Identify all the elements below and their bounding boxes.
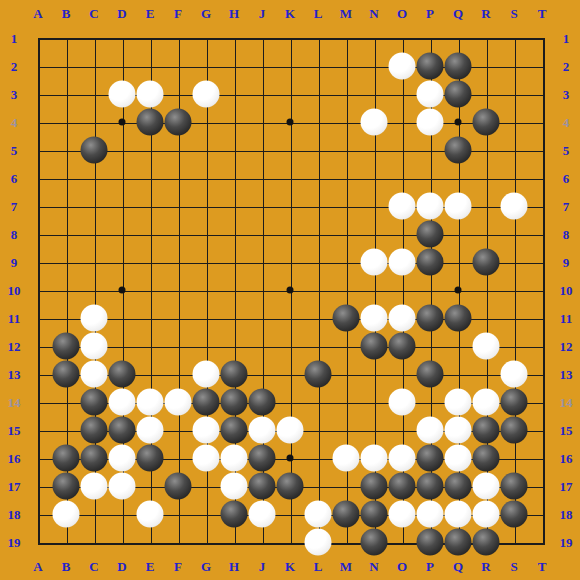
row-label-9: 9 [11,256,18,269]
white-stone-E3 [137,81,164,108]
black-stone-C5 [81,137,108,164]
white-stone-K15 [277,417,304,444]
black-stone-N17 [361,473,388,500]
black-stone-R19 [473,529,500,556]
column-label-D: D [117,560,126,573]
column-label-E: E [146,560,155,573]
white-stone-J18 [249,501,276,528]
black-stone-Q5 [445,137,472,164]
row-label-4: 4 [563,116,570,129]
column-label-O: O [397,7,407,20]
white-stone-G15 [193,417,220,444]
white-stone-P18 [417,501,444,528]
black-stone-H15 [221,417,248,444]
black-stone-R4 [473,109,500,136]
black-stone-L13 [305,361,332,388]
row-label-13: 13 [560,368,573,381]
column-label-K: K [285,7,295,20]
black-stone-R9 [473,249,500,276]
column-label-G: G [201,7,211,20]
white-stone-P7 [417,193,444,220]
black-stone-Q17 [445,473,472,500]
black-stone-G14 [193,389,220,416]
column-label-Q: Q [453,7,463,20]
black-stone-Q3 [445,81,472,108]
black-stone-B13 [53,361,80,388]
white-stone-C13 [81,361,108,388]
column-label-B: B [62,7,71,20]
black-stone-P11 [417,305,444,332]
white-stone-F14 [165,389,192,416]
black-stone-P9 [417,249,444,276]
white-stone-C12 [81,333,108,360]
black-stone-P2 [417,53,444,80]
white-stone-O7 [389,193,416,220]
white-stone-P15 [417,417,444,444]
black-stone-K17 [277,473,304,500]
white-stone-M16 [333,445,360,472]
white-stone-O16 [389,445,416,472]
row-label-7: 7 [11,200,18,213]
row-label-14: 14 [8,396,21,409]
black-stone-B16 [53,445,80,472]
black-stone-N19 [361,529,388,556]
column-label-B: B [62,560,71,573]
row-label-2: 2 [11,60,18,73]
row-label-5: 5 [563,144,570,157]
go-board-screenshot: AABBCCDDEEFFGGHHJJKKLLMMNNOOPPQQRRSSTT11… [0,0,580,580]
white-stone-C11 [81,305,108,332]
column-label-Q: Q [453,560,463,573]
white-stone-N16 [361,445,388,472]
black-stone-J14 [249,389,276,416]
white-stone-O2 [389,53,416,80]
white-stone-D14 [109,389,136,416]
white-stone-E14 [137,389,164,416]
black-stone-P8 [417,221,444,248]
white-stone-R12 [473,333,500,360]
row-label-15: 15 [8,424,21,437]
column-label-E: E [146,7,155,20]
column-label-L: L [314,560,323,573]
white-stone-O14 [389,389,416,416]
white-stone-S7 [501,193,528,220]
column-label-D: D [117,7,126,20]
black-stone-S14 [501,389,528,416]
white-stone-Q14 [445,389,472,416]
row-label-6: 6 [11,172,18,185]
black-stone-F4 [165,109,192,136]
white-stone-L18 [305,501,332,528]
hoshi-point-D10 [119,287,126,294]
row-label-16: 16 [8,452,21,465]
white-stone-G16 [193,445,220,472]
white-stone-D16 [109,445,136,472]
black-stone-M11 [333,305,360,332]
white-stone-Q16 [445,445,472,472]
black-stone-H18 [221,501,248,528]
hoshi-point-K10 [287,287,294,294]
column-label-R: R [481,560,490,573]
row-label-19: 19 [560,536,573,549]
hoshi-point-Q4 [455,119,462,126]
black-stone-S15 [501,417,528,444]
row-label-15: 15 [560,424,573,437]
white-stone-O18 [389,501,416,528]
column-label-S: S [510,560,517,573]
white-stone-S13 [501,361,528,388]
white-stone-H17 [221,473,248,500]
white-stone-E18 [137,501,164,528]
black-stone-J16 [249,445,276,472]
row-label-8: 8 [563,228,570,241]
row-label-10: 10 [560,284,573,297]
white-stone-O9 [389,249,416,276]
black-stone-Q19 [445,529,472,556]
black-stone-Q11 [445,305,472,332]
white-stone-B18 [53,501,80,528]
row-label-3: 3 [11,88,18,101]
black-stone-E4 [137,109,164,136]
row-label-1: 1 [11,32,18,45]
black-stone-P17 [417,473,444,500]
column-label-P: P [426,560,434,573]
white-stone-G3 [193,81,220,108]
white-stone-N11 [361,305,388,332]
column-label-T: T [538,7,547,20]
row-label-1: 1 [563,32,570,45]
row-label-16: 16 [560,452,573,465]
black-stone-J17 [249,473,276,500]
white-stone-C17 [81,473,108,500]
row-label-12: 12 [8,340,21,353]
column-label-O: O [397,560,407,573]
row-label-18: 18 [8,508,21,521]
white-stone-E15 [137,417,164,444]
white-stone-L19 [305,529,332,556]
hoshi-point-D4 [119,119,126,126]
column-label-A: A [33,7,42,20]
column-label-J: J [259,560,266,573]
black-stone-F17 [165,473,192,500]
black-stone-R16 [473,445,500,472]
row-label-6: 6 [563,172,570,185]
column-label-R: R [481,7,490,20]
white-stone-R17 [473,473,500,500]
black-stone-S18 [501,501,528,528]
white-stone-Q15 [445,417,472,444]
black-stone-B17 [53,473,80,500]
hoshi-point-Q10 [455,287,462,294]
black-stone-N12 [361,333,388,360]
column-label-K: K [285,560,295,573]
row-label-18: 18 [560,508,573,521]
white-stone-J15 [249,417,276,444]
hoshi-point-K16 [287,455,294,462]
black-stone-P13 [417,361,444,388]
white-stone-O11 [389,305,416,332]
row-label-5: 5 [11,144,18,157]
white-stone-R14 [473,389,500,416]
column-label-T: T [538,560,547,573]
column-label-G: G [201,560,211,573]
column-label-L: L [314,7,323,20]
row-label-3: 3 [563,88,570,101]
row-label-10: 10 [8,284,21,297]
column-label-C: C [89,560,98,573]
column-label-P: P [426,7,434,20]
column-label-J: J [259,7,266,20]
row-label-17: 17 [560,480,573,493]
black-stone-C15 [81,417,108,444]
white-stone-D3 [109,81,136,108]
row-label-13: 13 [8,368,21,381]
black-stone-D13 [109,361,136,388]
black-stone-C16 [81,445,108,472]
row-label-7: 7 [563,200,570,213]
white-stone-D17 [109,473,136,500]
row-label-11: 11 [560,312,572,325]
white-stone-R18 [473,501,500,528]
column-label-M: M [340,560,352,573]
black-stone-H13 [221,361,248,388]
column-label-H: H [229,7,239,20]
row-label-2: 2 [563,60,570,73]
black-stone-R15 [473,417,500,444]
black-stone-H14 [221,389,248,416]
column-label-A: A [33,560,42,573]
white-stone-G13 [193,361,220,388]
row-label-8: 8 [11,228,18,241]
row-label-17: 17 [8,480,21,493]
white-stone-P3 [417,81,444,108]
column-label-N: N [369,560,378,573]
row-label-12: 12 [560,340,573,353]
white-stone-H16 [221,445,248,472]
white-stone-N9 [361,249,388,276]
white-stone-Q7 [445,193,472,220]
black-stone-Q2 [445,53,472,80]
black-stone-S17 [501,473,528,500]
black-stone-N18 [361,501,388,528]
row-label-11: 11 [8,312,20,325]
column-label-H: H [229,560,239,573]
row-label-4: 4 [11,116,18,129]
column-label-M: M [340,7,352,20]
black-stone-P16 [417,445,444,472]
black-stone-P19 [417,529,444,556]
column-label-N: N [369,7,378,20]
hoshi-point-K4 [287,119,294,126]
row-label-9: 9 [563,256,570,269]
black-stone-O17 [389,473,416,500]
column-label-S: S [510,7,517,20]
column-label-C: C [89,7,98,20]
row-label-14: 14 [560,396,573,409]
white-stone-P4 [417,109,444,136]
row-label-19: 19 [8,536,21,549]
white-stone-N4 [361,109,388,136]
column-label-F: F [174,560,182,573]
black-stone-D15 [109,417,136,444]
black-stone-E16 [137,445,164,472]
black-stone-B12 [53,333,80,360]
black-stone-M18 [333,501,360,528]
white-stone-Q18 [445,501,472,528]
column-label-F: F [174,7,182,20]
black-stone-C14 [81,389,108,416]
black-stone-O12 [389,333,416,360]
